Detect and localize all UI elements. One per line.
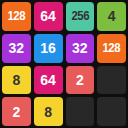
tile-16[interactable]: 16 [34,34,63,63]
empty-cell[interactable] [97,66,126,95]
tile-value: 64 [40,73,56,87]
tile-32[interactable]: 32 [66,34,95,63]
tile-4[interactable]: 4 [97,2,126,31]
tile-value: 16 [40,41,56,55]
tile-128[interactable]: 128 [2,2,31,31]
tile-64[interactable]: 64 [34,2,63,31]
tile-value: 128 [8,10,26,22]
tile-value: 32 [72,41,88,55]
tile-value: 256 [71,10,89,22]
tile-value: 32 [9,41,25,55]
empty-cell[interactable] [66,97,95,126]
tile-value: 128 [103,42,121,54]
empty-cell[interactable] [97,97,126,126]
tile-8[interactable]: 8 [34,97,63,126]
tile-value: 2 [76,73,84,87]
game-board[interactable]: 128642564321632128864228 [0,0,128,128]
tile-value: 8 [44,105,52,119]
tile-32[interactable]: 32 [2,34,31,63]
tile-64[interactable]: 64 [34,66,63,95]
tile-value: 64 [40,9,56,23]
tile-2[interactable]: 2 [66,66,95,95]
tile-value: 2 [12,105,20,119]
tile-8[interactable]: 8 [2,66,31,95]
tile-2[interactable]: 2 [2,97,31,126]
tile-256[interactable]: 256 [66,2,95,31]
tile-value: 8 [12,73,20,87]
tile-128[interactable]: 128 [97,34,126,63]
tile-value: 4 [108,9,116,23]
